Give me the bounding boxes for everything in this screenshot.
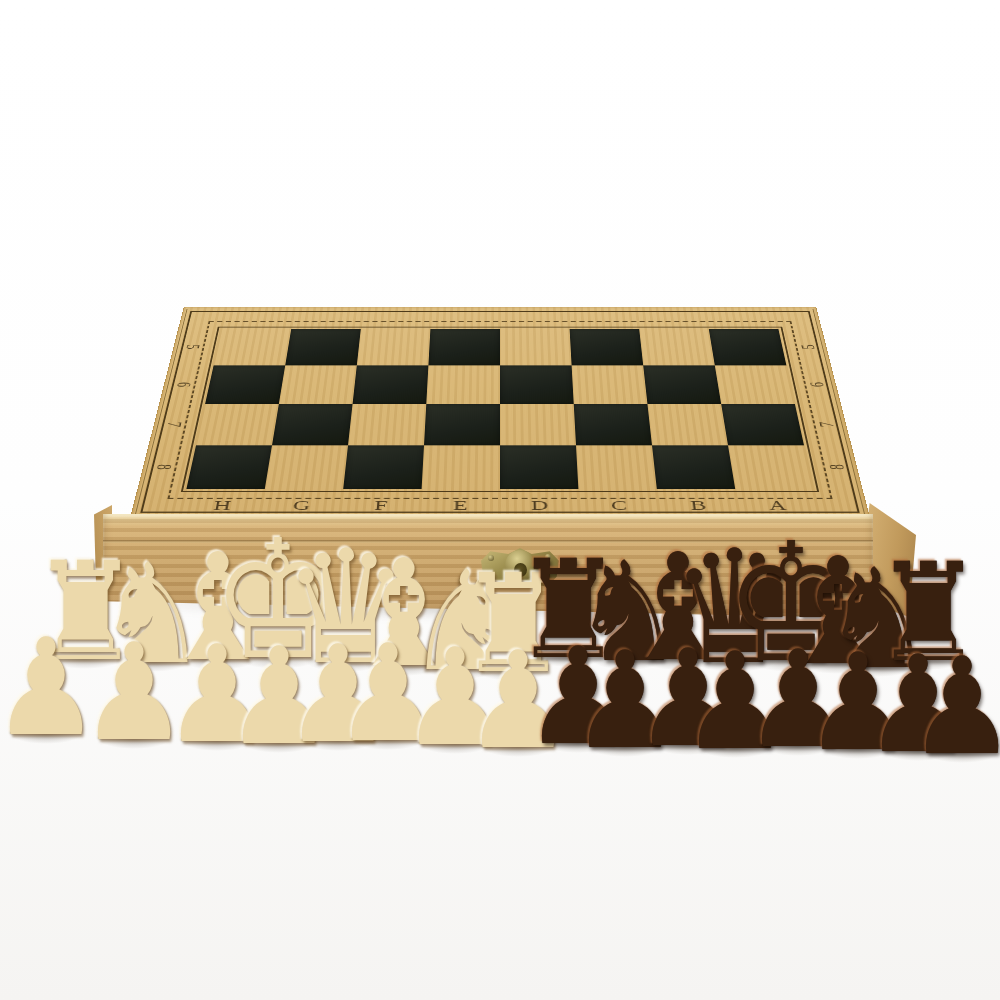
square-d6 <box>500 365 574 404</box>
square-b8 <box>652 445 735 489</box>
file-label-f: F <box>374 497 389 513</box>
square-f7 <box>348 404 426 445</box>
square-h5 <box>214 329 292 366</box>
rank-label-8-left: 8 <box>151 464 175 469</box>
square-e6 <box>426 365 500 404</box>
product-photo-chess-set: HGFEDCBA 5678 5678 ♜♞♝♚♛♝♞♜♟♟♟♟♟♟♟♟♜♞♝♛♚… <box>0 0 1000 1000</box>
squares-grid <box>186 329 813 489</box>
rank-label-5-right: 5 <box>797 345 818 350</box>
square-c6 <box>572 365 648 404</box>
rank-label-6-left: 6 <box>172 382 194 387</box>
square-f6 <box>353 365 429 404</box>
dark-pawn: ♟ <box>908 640 1000 774</box>
chessboard-lid: HGFEDCBA 5678 5678 <box>130 307 870 518</box>
rank-label-7-right: 7 <box>815 422 838 427</box>
square-h6 <box>205 365 285 404</box>
square-d7 <box>500 404 576 445</box>
square-a6 <box>715 365 795 404</box>
rank-label-6-right: 6 <box>806 382 828 387</box>
square-c7 <box>574 404 652 445</box>
file-label-c: C <box>610 497 627 513</box>
square-g5 <box>285 329 361 366</box>
square-e8 <box>422 445 500 489</box>
square-e5 <box>428 329 500 366</box>
square-d5 <box>500 329 572 366</box>
square-c5 <box>570 329 644 366</box>
square-b5 <box>639 329 715 366</box>
square-a5 <box>709 329 787 366</box>
rank-label-5-left: 5 <box>181 345 202 350</box>
file-label-d: D <box>531 497 549 513</box>
square-h8 <box>186 445 272 489</box>
square-h7 <box>196 404 279 445</box>
square-f8 <box>343 445 424 489</box>
square-a7 <box>721 404 804 445</box>
rank-label-7-left: 7 <box>162 422 185 427</box>
square-g8 <box>265 445 348 489</box>
square-g6 <box>279 365 357 404</box>
square-c8 <box>576 445 657 489</box>
rank-label-8-right: 8 <box>825 464 849 469</box>
square-b6 <box>643 365 721 404</box>
square-d8 <box>500 445 578 489</box>
square-g7 <box>272 404 353 445</box>
square-e7 <box>424 404 500 445</box>
square-f5 <box>357 329 431 366</box>
square-b7 <box>647 404 728 445</box>
file-label-e: E <box>453 497 468 513</box>
chessboard-surface: HGFEDCBA 5678 5678 <box>130 307 870 518</box>
file-label-b: B <box>689 497 707 513</box>
square-a8 <box>728 445 814 489</box>
